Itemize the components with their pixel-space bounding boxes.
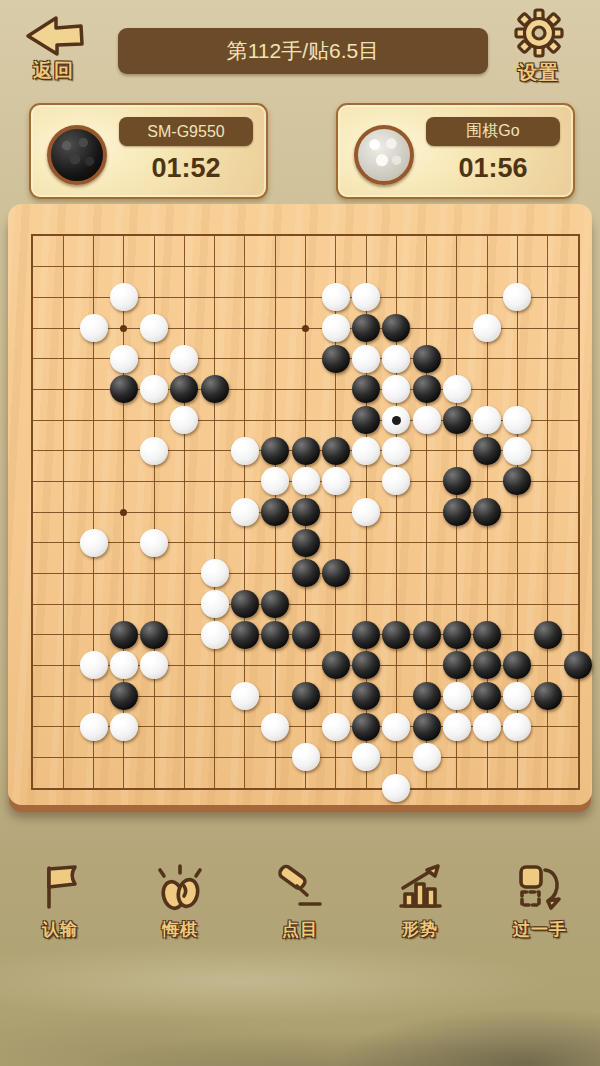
undo-label: 悔棋	[162, 918, 198, 941]
back-arrow-icon	[22, 14, 86, 58]
pass-move-icon	[514, 862, 566, 914]
black-stone	[413, 713, 441, 741]
black-player-name: SM-G9550	[119, 117, 253, 146]
white-stone	[413, 406, 441, 434]
white-stone	[473, 713, 501, 741]
resign-button[interactable]: 认输	[5, 862, 115, 941]
count-label: 点目	[282, 918, 318, 941]
white-stone	[140, 529, 168, 557]
white-stone	[261, 467, 289, 495]
black-stone	[352, 651, 380, 679]
white-stone	[503, 437, 531, 465]
go-app-screen: { "game": "go (weiqi), 19x19", "header":…	[0, 0, 600, 1066]
gear-icon	[512, 8, 566, 60]
white-stone	[473, 314, 501, 342]
black-stone	[261, 437, 289, 465]
black-stone	[292, 529, 320, 557]
black-stone	[413, 621, 441, 649]
white-stone	[110, 283, 138, 311]
white-stone	[140, 437, 168, 465]
black-stone	[231, 590, 259, 618]
player-card-white: 围棋Go 01:56	[336, 103, 575, 199]
black-stone	[503, 651, 531, 679]
black-stone	[140, 621, 168, 649]
white-stone	[352, 283, 380, 311]
star-point	[120, 509, 127, 516]
white-stone	[382, 437, 410, 465]
white-stone	[292, 467, 320, 495]
white-stone	[110, 713, 138, 741]
white-stone	[201, 559, 229, 587]
white-stone	[473, 406, 501, 434]
white-stone	[443, 375, 471, 403]
star-point	[302, 325, 309, 332]
settings-label: 设置	[518, 60, 560, 86]
black-stone	[292, 498, 320, 526]
white-stone	[170, 406, 198, 434]
trend-button[interactable]: 形势	[365, 862, 475, 941]
black-stone	[292, 621, 320, 649]
white-stone	[201, 590, 229, 618]
white-stone	[322, 467, 350, 495]
white-stone	[322, 713, 350, 741]
trend-chart-icon	[394, 862, 446, 914]
settings-button[interactable]: 设置	[512, 8, 566, 86]
go-board	[8, 204, 592, 805]
white-stone	[352, 498, 380, 526]
undo-stones-icon	[154, 862, 206, 914]
black-stone	[322, 559, 350, 587]
black-stone	[170, 375, 198, 403]
white-stone	[382, 406, 410, 434]
white-stone	[140, 651, 168, 679]
black-stone	[292, 682, 320, 710]
black-stone	[261, 590, 289, 618]
black-stone	[382, 314, 410, 342]
white-stone	[352, 345, 380, 373]
black-stone	[534, 621, 562, 649]
black-stone	[322, 651, 350, 679]
white-stone	[413, 743, 441, 771]
white-stone	[503, 406, 531, 434]
white-stone	[261, 713, 289, 741]
count-button[interactable]: 点目	[245, 862, 355, 941]
black-stone	[534, 682, 562, 710]
back-button[interactable]: 返回	[22, 14, 86, 84]
black-stone	[473, 437, 501, 465]
white-stone	[503, 682, 531, 710]
black-stone	[413, 682, 441, 710]
white-stone	[503, 283, 531, 311]
white-stone	[140, 375, 168, 403]
pass-label: 过一手	[513, 918, 567, 941]
white-stone	[231, 498, 259, 526]
black-stone	[443, 498, 471, 526]
white-stone	[503, 713, 531, 741]
white-stone	[352, 437, 380, 465]
white-stone	[382, 713, 410, 741]
black-stone	[443, 621, 471, 649]
white-stone	[352, 743, 380, 771]
black-stone	[352, 682, 380, 710]
black-stone	[473, 682, 501, 710]
black-stone	[292, 437, 320, 465]
pass-button[interactable]: 过一手	[485, 862, 595, 941]
black-stone	[443, 406, 471, 434]
black-stone	[564, 651, 592, 679]
black-stone	[443, 467, 471, 495]
white-stone	[140, 314, 168, 342]
black-player-timer: 01:52	[119, 153, 253, 184]
white-player-timer: 01:56	[426, 153, 560, 184]
white-stone	[80, 314, 108, 342]
undo-button[interactable]: 悔棋	[125, 862, 235, 941]
white-stone	[382, 774, 410, 802]
black-stone	[292, 559, 320, 587]
white-stone	[201, 621, 229, 649]
white-stone	[80, 529, 108, 557]
count-gavel-icon	[274, 862, 326, 914]
grid-hline	[33, 604, 578, 605]
white-stone	[382, 345, 410, 373]
black-stone	[110, 621, 138, 649]
white-stone	[443, 682, 471, 710]
black-stone	[110, 682, 138, 710]
white-stone	[110, 651, 138, 679]
black-stone	[382, 621, 410, 649]
black-stone	[201, 375, 229, 403]
black-stone	[322, 345, 350, 373]
resign-flag-icon	[34, 862, 86, 914]
black-stones-bowl-avatar	[47, 125, 107, 185]
white-stone	[322, 314, 350, 342]
white-stone	[382, 467, 410, 495]
player-card-black: SM-G9550 01:52	[29, 103, 268, 199]
move-info-pill: 第112手/贴6.5目	[118, 28, 488, 74]
white-player-name: 围棋Go	[426, 117, 560, 146]
black-stone	[322, 437, 350, 465]
white-stone	[80, 713, 108, 741]
black-stone	[413, 345, 441, 373]
white-stone	[443, 713, 471, 741]
black-stone	[352, 314, 380, 342]
white-stone	[80, 651, 108, 679]
white-stone	[231, 682, 259, 710]
white-stone	[170, 345, 198, 373]
black-stone	[473, 621, 501, 649]
white-stone	[382, 375, 410, 403]
black-stone	[352, 406, 380, 434]
black-stone	[231, 621, 259, 649]
move-info-text: 第112手/贴6.5目	[227, 37, 380, 65]
star-point	[120, 325, 127, 332]
back-label: 返回	[33, 58, 75, 84]
white-stone	[231, 437, 259, 465]
go-board-grid[interactable]	[31, 234, 580, 790]
black-stone	[443, 651, 471, 679]
black-stone	[352, 713, 380, 741]
resign-label: 认输	[42, 918, 78, 941]
white-stones-bowl-avatar	[354, 125, 414, 185]
black-stone	[261, 621, 289, 649]
white-stone	[322, 283, 350, 311]
last-move-marker	[392, 416, 401, 425]
black-stone	[261, 498, 289, 526]
white-stone	[292, 743, 320, 771]
black-stone	[503, 467, 531, 495]
black-stone	[473, 498, 501, 526]
black-stone	[413, 375, 441, 403]
black-stone	[110, 375, 138, 403]
black-stone	[473, 651, 501, 679]
black-stone	[352, 375, 380, 403]
white-stone	[110, 345, 138, 373]
trend-label: 形势	[402, 918, 438, 941]
black-stone	[352, 621, 380, 649]
